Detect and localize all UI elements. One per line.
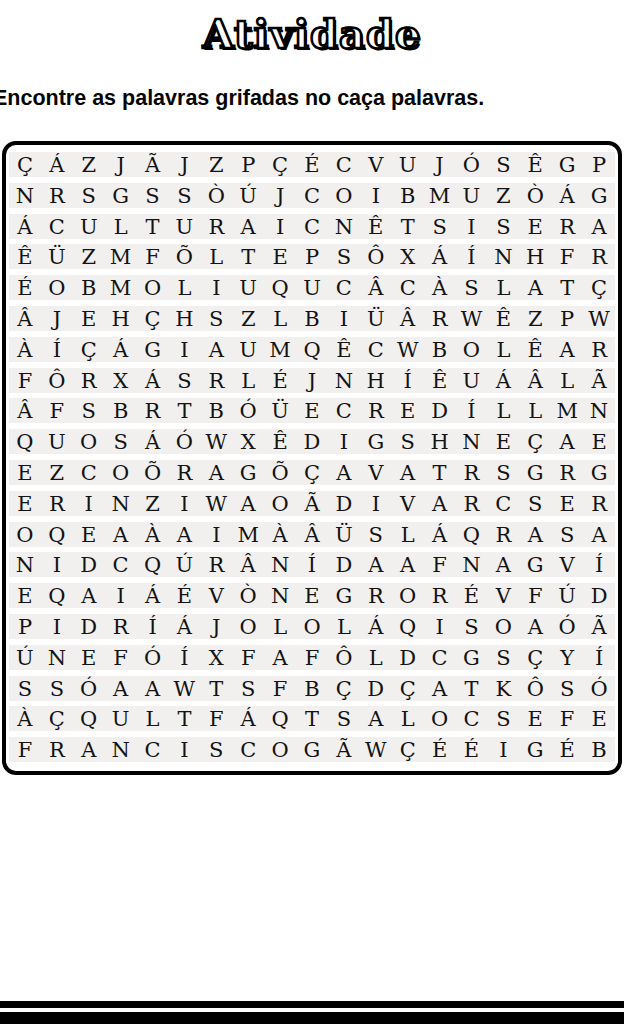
grid-cell: O bbox=[303, 612, 320, 642]
grid-cell: O bbox=[271, 735, 288, 765]
grid-cell: U bbox=[80, 212, 98, 242]
grid-cell: L bbox=[241, 366, 255, 396]
grid-cell: É bbox=[464, 581, 479, 611]
grid-cell: A bbox=[560, 427, 575, 457]
grid-cell: Á bbox=[241, 704, 256, 734]
grid-cell: O bbox=[463, 335, 480, 365]
grid-cell: N bbox=[48, 643, 66, 673]
grid-cell: Q bbox=[48, 520, 65, 550]
grid-row: OQEAÀAIMÀÂÜSLÁQRASA bbox=[9, 520, 615, 550]
grid-cell: W bbox=[206, 489, 228, 519]
grid-cell: É bbox=[432, 735, 447, 765]
grid-cell: Ç bbox=[49, 704, 65, 734]
grid-cell: Ã bbox=[336, 735, 351, 765]
grid-cell: A bbox=[273, 643, 288, 673]
grid-cell: D bbox=[367, 674, 384, 704]
grid-cell: N bbox=[462, 550, 480, 580]
grid-cell: E bbox=[496, 427, 511, 457]
grid-cell: R bbox=[591, 335, 607, 365]
grid-cell: F bbox=[18, 735, 33, 765]
grid-cell: E bbox=[304, 581, 319, 611]
grid-row: ÁCULTURAICNÊTSISERA bbox=[9, 212, 615, 242]
grid-cell: J bbox=[308, 366, 316, 396]
grid-cell: S bbox=[496, 150, 510, 180]
grid-cell: Q bbox=[16, 427, 33, 457]
grid-cell: T bbox=[305, 704, 319, 734]
grid-cell: Ó bbox=[80, 674, 97, 704]
grid-cell: J bbox=[212, 612, 220, 642]
grid-cell: F bbox=[113, 643, 128, 673]
grid-cell: C bbox=[49, 212, 65, 242]
grid-cell: A bbox=[241, 489, 256, 519]
grid-cell: Í bbox=[595, 643, 603, 673]
grid-cell: Z bbox=[81, 150, 96, 180]
grid-cell: N bbox=[271, 550, 289, 580]
grid-row: ÀÇQULTFÁQTSALOCSEFE bbox=[9, 704, 615, 734]
grid-cell: V bbox=[400, 489, 415, 519]
grid-cell: E bbox=[81, 520, 96, 550]
grid-row: ÉOBMOLIUQUCÂCÀSLATÇ bbox=[9, 273, 615, 303]
bottom-rule-top bbox=[0, 1001, 624, 1008]
grid-cell: G bbox=[527, 550, 544, 580]
grid-cell: S bbox=[18, 674, 32, 704]
grid-cell: Ê bbox=[368, 212, 383, 242]
grid-cell: S bbox=[464, 273, 478, 303]
grid-cell: Z bbox=[528, 304, 543, 334]
grid-cell: Ú bbox=[16, 643, 34, 673]
grid-cell: Í bbox=[467, 242, 475, 272]
grid-cell: A bbox=[81, 735, 96, 765]
grid-cell: Ã bbox=[591, 366, 606, 396]
grid-cell: A bbox=[209, 458, 224, 488]
grid-cell: Z bbox=[145, 489, 160, 519]
grid-cell: S bbox=[496, 458, 510, 488]
grid-row: ÊÜZMFÕLTEPSÔXÁÍNHFR bbox=[9, 242, 615, 272]
grid-cell: Ü bbox=[271, 396, 289, 426]
grid-cell: S bbox=[177, 366, 191, 396]
grid-cell: É bbox=[304, 150, 319, 180]
grid-cell: G bbox=[335, 581, 352, 611]
grid-cell: E bbox=[17, 581, 32, 611]
grid-cell: Â bbox=[304, 520, 319, 550]
grid-cell: U bbox=[239, 335, 257, 365]
grid-cell: Ô bbox=[527, 674, 544, 704]
grid-cell: J bbox=[180, 150, 188, 180]
grid-cell: N bbox=[16, 550, 34, 580]
grid-cell: D bbox=[335, 489, 352, 519]
grid-cell: D bbox=[431, 396, 448, 426]
grid-cell: A bbox=[432, 674, 447, 704]
grid-cell: Q bbox=[80, 704, 97, 734]
grid-cell: Z bbox=[209, 150, 224, 180]
grid-cell: L bbox=[496, 273, 510, 303]
grid-row: SSÓAAWTSFBÇDÇATKÔSÓ bbox=[9, 674, 615, 704]
grid-cell: T bbox=[209, 674, 223, 704]
grid-cell: S bbox=[496, 643, 510, 673]
instruction-text: Encontre as palavras grifadas no caça pa… bbox=[0, 86, 484, 111]
grid-cell: N bbox=[590, 396, 608, 426]
grid-cell: Ç bbox=[304, 458, 320, 488]
grid-cell: Â bbox=[400, 304, 415, 334]
grid-cell: Ç bbox=[144, 304, 160, 334]
grid-cell: Á bbox=[560, 181, 575, 211]
grid-cell: R bbox=[559, 212, 575, 242]
grid-cell: O bbox=[495, 612, 512, 642]
grid-cell: B bbox=[304, 674, 319, 704]
grid-cell: T bbox=[560, 273, 574, 303]
grid-cell: Ó bbox=[590, 674, 607, 704]
grid-cell: Z bbox=[241, 304, 256, 334]
grid-cell: À bbox=[17, 335, 32, 365]
grid-cell: I bbox=[340, 427, 348, 457]
grid-cell: Á bbox=[177, 612, 192, 642]
grid-cell: L bbox=[369, 643, 383, 673]
grid-cell: D bbox=[80, 550, 97, 580]
grid-cell: C bbox=[336, 396, 352, 426]
grid-cell: P bbox=[18, 612, 32, 642]
grid-cell: A bbox=[81, 581, 96, 611]
grid-cell: F bbox=[560, 242, 575, 272]
grid-row: PIDRÍÁJOLOLÁQISOAÓÃ bbox=[9, 612, 615, 642]
grid-cell: B bbox=[304, 304, 319, 334]
grid-cell: J bbox=[435, 150, 443, 180]
grid-cell: Â bbox=[368, 273, 383, 303]
grid-cell: U bbox=[176, 212, 194, 242]
grid-cell: A bbox=[368, 550, 383, 580]
grid-cell: B bbox=[209, 396, 224, 426]
grid-cell: V bbox=[368, 150, 383, 180]
grid-cell: P bbox=[560, 304, 574, 334]
grid-cell: S bbox=[496, 212, 510, 242]
grid-cell: Ò bbox=[240, 581, 257, 611]
grid-cell: É bbox=[464, 735, 479, 765]
grid-cell: Ò bbox=[208, 181, 225, 211]
grid-cell: R bbox=[591, 242, 607, 272]
grid-cell: R bbox=[495, 520, 511, 550]
grid-cell: L bbox=[528, 396, 542, 426]
grid-cell: C bbox=[113, 550, 129, 580]
grid-cell: E bbox=[528, 212, 543, 242]
grid-cell: S bbox=[113, 427, 127, 457]
grid-cell: A bbox=[113, 520, 128, 550]
grid-cell: Ç bbox=[527, 427, 543, 457]
grid-cell: I bbox=[467, 212, 475, 242]
grid-cell: R bbox=[81, 366, 97, 396]
grid-cell: C bbox=[304, 181, 320, 211]
grid-cell: V bbox=[368, 458, 383, 488]
grid-cell: P bbox=[305, 242, 319, 272]
grid-cell: S bbox=[560, 674, 574, 704]
grid-cell: W bbox=[588, 304, 610, 334]
grid-cell: Á bbox=[145, 366, 160, 396]
grid-cell: B bbox=[591, 735, 606, 765]
grid-cell: T bbox=[241, 242, 255, 272]
grid-cell: Ô bbox=[48, 366, 65, 396]
grid-cell: A bbox=[400, 458, 415, 488]
grid-cell: Õ bbox=[271, 458, 288, 488]
grid-cell: G bbox=[112, 181, 129, 211]
word-search-grid: ÇÁZJÃJZPÇÉCVUJÓSÊGPNRSGSSÒÚJCOIBMUZÒÁGÁC… bbox=[2, 141, 622, 775]
grid-cell: Ü bbox=[335, 520, 353, 550]
grid-cell: É bbox=[17, 273, 32, 303]
grid-cell: R bbox=[591, 489, 607, 519]
grid-cell: O bbox=[271, 489, 288, 519]
grid-cell: G bbox=[240, 458, 257, 488]
grid-cell: I bbox=[212, 273, 220, 303]
grid-cell: Ê bbox=[528, 150, 543, 180]
grid-cell: S bbox=[432, 212, 446, 242]
grid-cell: F bbox=[528, 581, 543, 611]
grid-cell: E bbox=[528, 704, 543, 734]
grid-cell: Q bbox=[463, 520, 480, 550]
grid-cell: B bbox=[432, 335, 447, 365]
grid-row: QUOSÁÓWXÊDIGSHNEÇAE bbox=[9, 427, 615, 457]
grid-cell: T bbox=[146, 212, 160, 242]
grid-cell: N bbox=[111, 489, 129, 519]
grid-cell: N bbox=[271, 581, 289, 611]
grid-cell: U bbox=[48, 427, 66, 457]
grid-cell: I bbox=[180, 335, 188, 365]
grid-cell: I bbox=[372, 489, 380, 519]
grid-cell: Á bbox=[145, 427, 160, 457]
grid-row: EQAIÁÉVÒNEGRORÉVFÚD bbox=[9, 581, 615, 611]
grid-cell: X bbox=[209, 643, 224, 673]
grid-cell: F bbox=[432, 550, 447, 580]
grid-cell: G bbox=[304, 735, 321, 765]
grid-cell: E bbox=[81, 304, 96, 334]
grid-cell: A bbox=[241, 212, 256, 242]
grid-cell: O bbox=[431, 704, 448, 734]
grid-cell: E bbox=[591, 704, 606, 734]
grid-cell: I bbox=[212, 520, 220, 550]
grid-cell: G bbox=[367, 427, 384, 457]
grid-cell: Ç bbox=[527, 643, 543, 673]
grid-cell: Á bbox=[368, 612, 383, 642]
grid-cell: Q bbox=[144, 550, 161, 580]
grid-cell: Ê bbox=[336, 335, 351, 365]
grid-cell: R bbox=[177, 458, 193, 488]
grid-cell: B bbox=[400, 181, 415, 211]
grid-cell: Í bbox=[404, 366, 412, 396]
grid-cell: O bbox=[112, 458, 129, 488]
grid-cell: Í bbox=[180, 643, 188, 673]
grid-cell: C bbox=[81, 458, 97, 488]
grid-cell: R bbox=[145, 396, 161, 426]
grid-row: NRSGSSÒÚJCOIBMUZÒÁG bbox=[9, 181, 615, 211]
grid-cell: E bbox=[81, 643, 96, 673]
grid-cell: B bbox=[81, 273, 96, 303]
grid-cell: J bbox=[276, 181, 284, 211]
grid-cell: Á bbox=[145, 581, 160, 611]
grid-cell: R bbox=[208, 550, 224, 580]
grid-cell: Ê bbox=[432, 366, 447, 396]
grid-cell: A bbox=[113, 674, 128, 704]
grid-cell: H bbox=[367, 366, 385, 396]
grid-cell: E bbox=[17, 489, 32, 519]
grid-cell: F bbox=[209, 704, 224, 734]
grid-cell: G bbox=[527, 458, 544, 488]
grid-cell: D bbox=[399, 643, 416, 673]
grid-cell: I bbox=[180, 735, 188, 765]
grid-cell: A bbox=[368, 704, 383, 734]
grid-cell: I bbox=[180, 489, 188, 519]
bottom-rule-bottom bbox=[0, 1012, 624, 1024]
grid-cell: R bbox=[49, 489, 65, 519]
grid-cell: E bbox=[400, 396, 415, 426]
grid-cell: F bbox=[305, 643, 320, 673]
grid-cell: S bbox=[145, 181, 159, 211]
grid-cell: T bbox=[464, 674, 478, 704]
grid-cell: O bbox=[335, 181, 352, 211]
grid-cell: L bbox=[560, 366, 574, 396]
grid-row: FRANCISCOGÃWÇÉÉIGÉB bbox=[9, 735, 615, 765]
grid-cell: M bbox=[237, 520, 259, 550]
grid-cell: Á bbox=[17, 212, 32, 242]
grid-cell: K bbox=[496, 674, 512, 704]
grid-cell: C bbox=[432, 643, 448, 673]
grid-cell: S bbox=[209, 735, 223, 765]
grid-cell: P bbox=[592, 150, 606, 180]
grid-row: ÇÁZJÃJZPÇÉCVUJÓSÊGP bbox=[9, 150, 615, 180]
grid-cell: Ó bbox=[559, 612, 576, 642]
grid-cell: A bbox=[560, 335, 575, 365]
grid-cell: M bbox=[556, 396, 578, 426]
grid-cell: S bbox=[209, 304, 223, 334]
grid-cell: G bbox=[591, 458, 608, 488]
grid-cell: À bbox=[273, 520, 288, 550]
grid-cell: U bbox=[112, 704, 130, 734]
grid-cell: S bbox=[560, 520, 574, 550]
grid-cell: À bbox=[17, 704, 32, 734]
grid-cell: S bbox=[337, 704, 351, 734]
grid-cell: E bbox=[272, 242, 287, 272]
grid-cell: Ê bbox=[496, 304, 511, 334]
grid-cell: Ç bbox=[17, 150, 33, 180]
grid-cell: N bbox=[16, 181, 34, 211]
grid-cell: Ç bbox=[272, 150, 288, 180]
grid-cell: A bbox=[528, 520, 543, 550]
grid-cell: Q bbox=[399, 612, 416, 642]
grid-cell: I bbox=[116, 581, 124, 611]
grid-cell: Ç bbox=[81, 335, 97, 365]
grid-cell: W bbox=[397, 335, 419, 365]
grid-row: EZCOÕRAGÕÇAVATRSGRG bbox=[9, 458, 615, 488]
grid-cell: S bbox=[337, 242, 351, 272]
grid-cell: Ç bbox=[336, 674, 352, 704]
grid-cell: C bbox=[495, 489, 511, 519]
grid-cell: Q bbox=[48, 581, 65, 611]
grid-row: ÀÍÇÁGIAUMQÊCWBOLÊAR bbox=[9, 335, 615, 365]
grid-cell: Ó bbox=[463, 150, 480, 180]
grid-cell: L bbox=[209, 242, 223, 272]
grid-cell: M bbox=[429, 181, 451, 211]
grid-cell: Í bbox=[595, 550, 603, 580]
grid-cell: U bbox=[463, 366, 481, 396]
grid-cell: E bbox=[591, 427, 606, 457]
grid-cell: R bbox=[208, 212, 224, 242]
grid-cell: C bbox=[400, 273, 416, 303]
grid-cell: E bbox=[559, 489, 574, 519]
grid-cell: I bbox=[53, 550, 61, 580]
grid-cell: T bbox=[401, 212, 415, 242]
grid-cell: Ê bbox=[17, 242, 32, 272]
grid-cell: V bbox=[209, 581, 224, 611]
grid-cell: Á bbox=[496, 366, 511, 396]
grid-cell: I bbox=[85, 489, 93, 519]
grid-cell: N bbox=[494, 242, 512, 272]
grid-cell: N bbox=[335, 366, 353, 396]
grid-cell: S bbox=[496, 704, 510, 734]
grid-cell: Â bbox=[241, 550, 256, 580]
grid-row: ÚNEFÓÍXFAFÔLDCGSÇYÍ bbox=[9, 643, 615, 673]
grid-cell: R bbox=[49, 181, 65, 211]
grid-cell: O bbox=[399, 581, 416, 611]
grid-cell: I bbox=[499, 735, 507, 765]
grid-cell: D bbox=[335, 550, 352, 580]
grid-cell: Ó bbox=[240, 396, 257, 426]
grid-cell: J bbox=[116, 150, 124, 180]
grid-cell: R bbox=[464, 458, 480, 488]
grid-cell: G bbox=[527, 735, 544, 765]
grid-cell: F bbox=[50, 396, 65, 426]
grid-row: NIDCQÚRÂNÍDAAFNAGVÍ bbox=[9, 550, 615, 580]
grid-row: FÔRXÁSRLÉJNHÍÊUÁÂLÃ bbox=[9, 366, 615, 396]
grid-cell: Á bbox=[113, 335, 128, 365]
grid-cell: A bbox=[528, 612, 543, 642]
grid-cell: C bbox=[336, 150, 352, 180]
grid-cell: G bbox=[463, 643, 480, 673]
grid-cell: O bbox=[80, 427, 97, 457]
grid-cell: S bbox=[241, 674, 255, 704]
grid-cell: S bbox=[82, 181, 96, 211]
grid-cell: Á bbox=[49, 150, 64, 180]
grid-cell: I bbox=[435, 612, 443, 642]
grid-cell: L bbox=[177, 273, 191, 303]
grid-cell: S bbox=[177, 181, 191, 211]
grid-cell: Õ bbox=[144, 458, 161, 488]
grid-cell: Ã bbox=[145, 150, 160, 180]
grid-cell: D bbox=[591, 581, 608, 611]
grid-cell: F bbox=[241, 643, 256, 673]
grid-cell: I bbox=[372, 181, 380, 211]
grid-cell: Ç bbox=[400, 735, 416, 765]
grid-cell: Ê bbox=[272, 427, 287, 457]
grid-cell: Ç bbox=[591, 273, 607, 303]
grid-cell: É bbox=[177, 581, 192, 611]
grid-cell: C bbox=[463, 704, 479, 734]
grid-cell: L bbox=[114, 212, 128, 242]
grid-cell: Ã bbox=[304, 489, 319, 519]
grid-cell: S bbox=[400, 427, 414, 457]
grid-cell: Ú bbox=[176, 550, 194, 580]
grid-cell: Í bbox=[308, 550, 316, 580]
grid-cell: I bbox=[340, 304, 348, 334]
grid-cell: M bbox=[110, 273, 132, 303]
grid-cell: L bbox=[496, 335, 510, 365]
grid-row: ERINZIWAOÃDIVARCSER bbox=[9, 489, 615, 519]
grid-cell: N bbox=[462, 427, 480, 457]
grid-cell: F bbox=[145, 242, 160, 272]
grid-cell: Ó bbox=[144, 643, 161, 673]
grid-cell: X bbox=[400, 242, 415, 272]
grid-cell: Ú bbox=[239, 181, 257, 211]
grid-cell: R bbox=[368, 581, 384, 611]
grid-cell: C bbox=[336, 273, 352, 303]
grid-cell: L bbox=[401, 704, 415, 734]
grid-cell: U bbox=[303, 273, 321, 303]
grid-cell: Ó bbox=[176, 427, 193, 457]
grid-cell: A bbox=[591, 212, 606, 242]
